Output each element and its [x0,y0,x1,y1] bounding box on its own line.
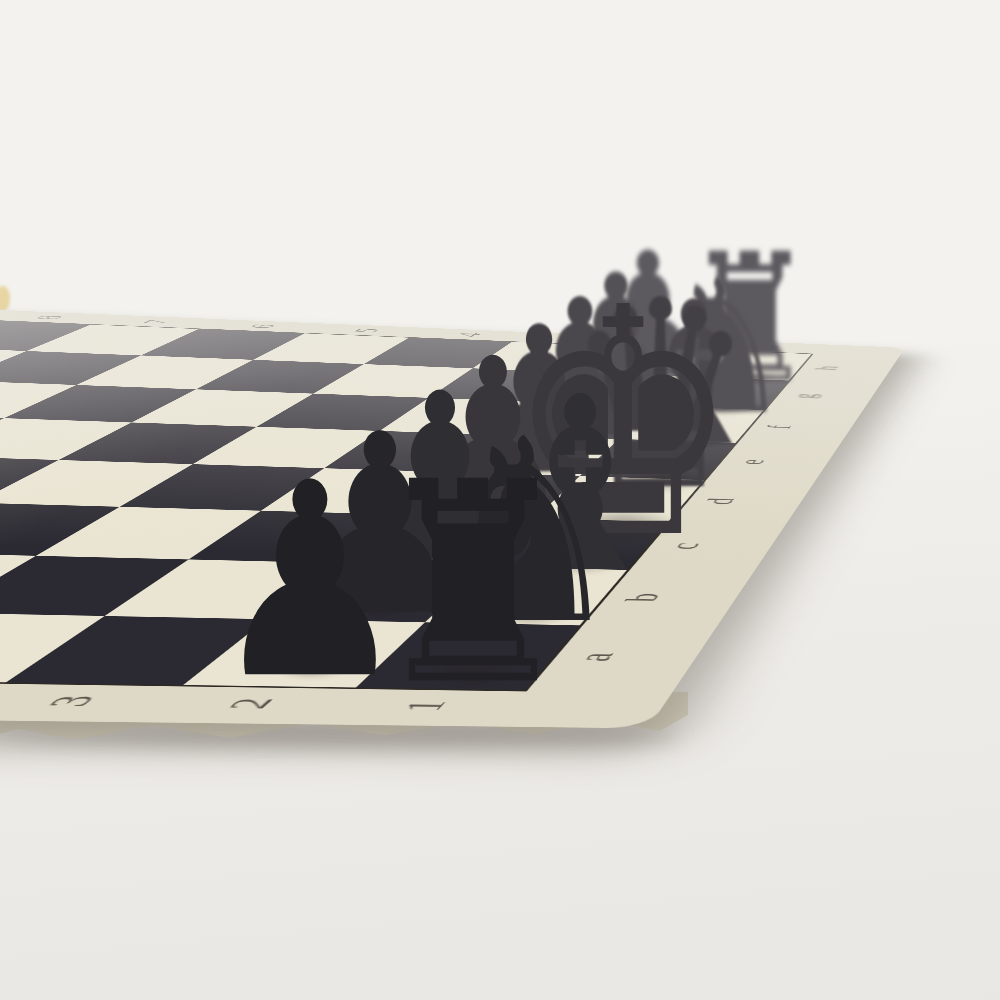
scene: abcdefgh1122334455667788 ♜♟♞♟♝♟♛♟♚♟♝♟♞♟♜… [0,0,1000,1000]
black-pawn-a2: ♟ [211,447,408,715]
pieces-layer: ♜♟♞♟♝♟♛♟♚♟♝♟♞♟♜♟ [0,0,1000,1000]
